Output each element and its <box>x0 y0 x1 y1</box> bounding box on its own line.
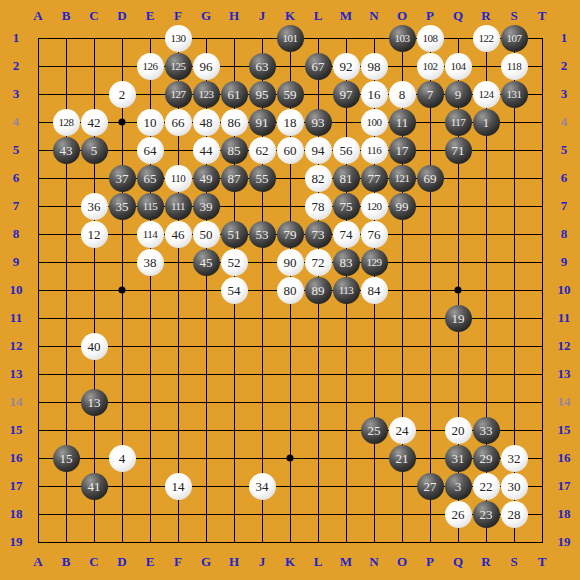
stone-n10[interactable]: 84 <box>361 277 388 304</box>
stone-k8[interactable]: 79 <box>277 221 304 248</box>
stone-move-number: 31 <box>452 452 465 465</box>
stone-c7[interactable]: 36 <box>81 193 108 220</box>
stone-move-number: 126 <box>143 61 158 72</box>
stone-f7[interactable]: 111 <box>165 193 192 220</box>
stone-move-number: 81 <box>340 172 353 185</box>
stone-move-number: 23 <box>480 508 493 521</box>
stone-move-number: 100 <box>367 117 382 128</box>
column-label: L <box>304 554 332 570</box>
stone-move-number: 62 <box>256 144 269 157</box>
stone-move-number: 78 <box>312 200 325 213</box>
stone-move-number: 98 <box>368 60 381 73</box>
stone-k3[interactable]: 59 <box>277 81 304 108</box>
stone-s18[interactable]: 28 <box>501 501 528 528</box>
stone-move-number: 44 <box>200 144 213 157</box>
stone-o4[interactable]: 11 <box>389 109 416 136</box>
stone-e8[interactable]: 114 <box>137 221 164 248</box>
stone-move-number: 114 <box>143 229 158 240</box>
stone-m5[interactable]: 56 <box>333 137 360 164</box>
stone-j6[interactable]: 55 <box>249 165 276 192</box>
stone-move-number: 64 <box>144 144 157 157</box>
stone-m9[interactable]: 83 <box>333 249 360 276</box>
stone-c12[interactable]: 40 <box>81 333 108 360</box>
stone-move-number: 95 <box>256 88 269 101</box>
stone-move-number: 60 <box>284 144 297 157</box>
column-label: D <box>108 554 136 570</box>
column-label: P <box>416 8 444 24</box>
stone-p17[interactable]: 27 <box>417 473 444 500</box>
stone-move-number: 129 <box>367 257 382 268</box>
column-label: E <box>136 554 164 570</box>
stone-q11[interactable]: 19 <box>445 305 472 332</box>
stone-q3[interactable]: 9 <box>445 81 472 108</box>
stone-n9[interactable]: 129 <box>361 249 388 276</box>
stone-move-number: 27 <box>424 480 437 493</box>
stone-o7[interactable]: 99 <box>389 193 416 220</box>
stone-g6[interactable]: 49 <box>193 165 220 192</box>
stone-g7[interactable]: 39 <box>193 193 220 220</box>
stone-e2[interactable]: 126 <box>137 53 164 80</box>
column-labels-bottom: ABCDEFGHJKLMNOPQRST <box>24 554 556 570</box>
stone-move-number: 36 <box>88 200 101 213</box>
stone-move-number: 29 <box>480 452 493 465</box>
column-label: O <box>388 554 416 570</box>
column-label: Q <box>444 554 472 570</box>
stone-move-number: 9 <box>455 88 462 101</box>
column-label: R <box>472 8 500 24</box>
stone-c4[interactable]: 42 <box>81 109 108 136</box>
stone-m6[interactable]: 81 <box>333 165 360 192</box>
stone-l9[interactable]: 72 <box>305 249 332 276</box>
stone-l8[interactable]: 73 <box>305 221 332 248</box>
column-label: P <box>416 554 444 570</box>
stone-move-number: 76 <box>368 228 381 241</box>
stone-l6[interactable]: 82 <box>305 165 332 192</box>
stone-move-number: 26 <box>452 508 465 521</box>
stone-move-number: 37 <box>116 172 129 185</box>
stone-move-number: 124 <box>479 89 494 100</box>
stone-k10[interactable]: 80 <box>277 277 304 304</box>
stone-move-number: 53 <box>256 228 269 241</box>
stone-move-number: 56 <box>340 144 353 157</box>
stone-c8[interactable]: 12 <box>81 221 108 248</box>
stone-move-number: 115 <box>143 201 158 212</box>
stone-n6[interactable]: 77 <box>361 165 388 192</box>
stone-g5[interactable]: 44 <box>193 137 220 164</box>
stone-f8[interactable]: 46 <box>165 221 192 248</box>
stone-move-number: 83 <box>340 256 353 269</box>
stone-r3[interactable]: 124 <box>473 81 500 108</box>
column-label: G <box>192 554 220 570</box>
stone-move-number: 102 <box>423 61 438 72</box>
stone-q17[interactable]: 3 <box>445 473 472 500</box>
column-labels-top: ABCDEFGHJKLMNOPQRST <box>24 8 556 24</box>
column-label: N <box>360 554 388 570</box>
stone-e9[interactable]: 38 <box>137 249 164 276</box>
stone-move-number: 128 <box>59 117 74 128</box>
column-label: A <box>24 8 52 24</box>
stone-o6[interactable]: 121 <box>389 165 416 192</box>
column-label: T <box>528 8 556 24</box>
stone-move-number: 11 <box>396 116 409 129</box>
stone-g3[interactable]: 123 <box>193 81 220 108</box>
stone-move-number: 66 <box>172 116 185 129</box>
stone-move-number: 30 <box>508 480 521 493</box>
stone-j8[interactable]: 53 <box>249 221 276 248</box>
stone-move-number: 71 <box>452 144 465 157</box>
stone-move-number: 94 <box>312 144 325 157</box>
stone-move-number: 17 <box>396 144 409 157</box>
stone-move-number: 79 <box>284 228 297 241</box>
stone-d3[interactable]: 2 <box>109 81 136 108</box>
stone-move-number: 96 <box>200 60 213 73</box>
column-label: B <box>52 8 80 24</box>
column-label: Q <box>444 8 472 24</box>
stone-m3[interactable]: 97 <box>333 81 360 108</box>
stone-s2[interactable]: 118 <box>501 53 528 80</box>
stone-move-number: 89 <box>312 284 325 297</box>
stone-move-number: 46 <box>172 228 185 241</box>
stone-r15[interactable]: 33 <box>473 417 500 444</box>
stone-move-number: 1 <box>483 116 490 129</box>
stone-r16[interactable]: 29 <box>473 445 500 472</box>
column-label: S <box>500 8 528 24</box>
stone-move-number: 92 <box>340 60 353 73</box>
stone-move-number: 42 <box>88 116 101 129</box>
stone-move-number: 15 <box>60 452 73 465</box>
stone-move-number: 127 <box>171 89 186 100</box>
stone-move-number: 77 <box>368 172 381 185</box>
stone-e4[interactable]: 10 <box>137 109 164 136</box>
stone-move-number: 40 <box>88 340 101 353</box>
stone-move-number: 131 <box>507 89 522 100</box>
stone-k1[interactable]: 101 <box>277 25 304 52</box>
stone-h8[interactable]: 51 <box>221 221 248 248</box>
stone-move-number: 18 <box>284 116 297 129</box>
stone-move-number: 43 <box>60 144 73 157</box>
stone-r17[interactable]: 22 <box>473 473 500 500</box>
stone-r4[interactable]: 1 <box>473 109 500 136</box>
column-label: J <box>248 554 276 570</box>
stone-c5[interactable]: 5 <box>81 137 108 164</box>
stone-move-number: 110 <box>171 173 186 184</box>
stone-s3[interactable]: 131 <box>501 81 528 108</box>
stone-e6[interactable]: 65 <box>137 165 164 192</box>
stone-move-number: 59 <box>284 88 297 101</box>
column-label: F <box>164 8 192 24</box>
stone-q16[interactable]: 31 <box>445 445 472 472</box>
column-label: A <box>24 554 52 570</box>
stone-f3[interactable]: 127 <box>165 81 192 108</box>
stone-move-number: 90 <box>284 256 297 269</box>
stone-move-number: 25 <box>368 424 381 437</box>
stone-p6[interactable]: 69 <box>417 165 444 192</box>
stone-n5[interactable]: 116 <box>361 137 388 164</box>
column-label: G <box>192 8 220 24</box>
stone-move-number: 5 <box>91 144 98 157</box>
stone-move-number: 111 <box>171 201 185 212</box>
stone-move-number: 48 <box>200 116 213 129</box>
stone-move-number: 91 <box>256 116 269 129</box>
stone-p2[interactable]: 102 <box>417 53 444 80</box>
column-label: C <box>80 554 108 570</box>
stone-move-number: 49 <box>200 172 213 185</box>
stone-move-number: 85 <box>228 144 241 157</box>
stone-c17[interactable]: 41 <box>81 473 108 500</box>
stone-move-number: 118 <box>507 61 522 72</box>
stone-l7[interactable]: 78 <box>305 193 332 220</box>
stone-d16[interactable]: 4 <box>109 445 136 472</box>
stone-b4[interactable]: 128 <box>53 109 80 136</box>
stone-move-number: 113 <box>339 285 354 296</box>
stone-j17[interactable]: 34 <box>249 473 276 500</box>
stone-move-number: 8 <box>399 88 406 101</box>
stone-move-number: 121 <box>395 173 410 184</box>
stone-r18[interactable]: 23 <box>473 501 500 528</box>
stone-move-number: 116 <box>367 145 382 156</box>
stone-move-number: 13 <box>88 396 101 409</box>
stone-move-number: 122 <box>479 33 494 44</box>
stone-move-number: 21 <box>396 452 409 465</box>
stone-move-number: 67 <box>312 60 325 73</box>
stone-move-number: 28 <box>508 508 521 521</box>
stone-o5[interactable]: 17 <box>389 137 416 164</box>
stone-move-number: 69 <box>424 172 437 185</box>
stone-move-number: 16 <box>368 88 381 101</box>
stone-move-number: 32 <box>508 452 521 465</box>
stone-move-number: 103 <box>395 33 410 44</box>
column-label: D <box>108 8 136 24</box>
stone-move-number: 35 <box>116 200 129 213</box>
stone-move-number: 2 <box>119 88 126 101</box>
column-label: K <box>276 8 304 24</box>
stone-m8[interactable]: 74 <box>333 221 360 248</box>
stone-move-number: 19 <box>452 312 465 325</box>
stone-move-number: 82 <box>312 172 325 185</box>
stone-m10[interactable]: 113 <box>333 277 360 304</box>
go-board-grid[interactable]: 1234578910111213141516171819202122232425… <box>24 24 556 556</box>
stone-q5[interactable]: 71 <box>445 137 472 164</box>
stone-move-number: 41 <box>88 480 101 493</box>
stone-l4[interactable]: 93 <box>305 109 332 136</box>
stone-move-number: 108 <box>423 33 438 44</box>
stone-move-number: 75 <box>340 200 353 213</box>
stone-move-number: 61 <box>228 88 241 101</box>
column-label: T <box>528 554 556 570</box>
stone-move-number: 33 <box>480 424 493 437</box>
stone-move-number: 63 <box>256 60 269 73</box>
stone-f1[interactable]: 130 <box>165 25 192 52</box>
stone-n4[interactable]: 100 <box>361 109 388 136</box>
stone-move-number: 45 <box>200 256 213 269</box>
stone-g8[interactable]: 50 <box>193 221 220 248</box>
stone-n7[interactable]: 120 <box>361 193 388 220</box>
stone-o16[interactable]: 21 <box>389 445 416 472</box>
stone-move-number: 10 <box>144 116 157 129</box>
stone-move-number: 22 <box>480 480 493 493</box>
stone-o3[interactable]: 8 <box>389 81 416 108</box>
stone-n2[interactable]: 98 <box>361 53 388 80</box>
stone-q2[interactable]: 104 <box>445 53 472 80</box>
stone-d6[interactable]: 37 <box>109 165 136 192</box>
stone-move-number: 38 <box>144 256 157 269</box>
stone-o15[interactable]: 24 <box>389 417 416 444</box>
stone-o1[interactable]: 103 <box>389 25 416 52</box>
column-label: J <box>248 8 276 24</box>
stone-l10[interactable]: 89 <box>305 277 332 304</box>
stone-move-number: 3 <box>455 480 462 493</box>
column-label: K <box>276 554 304 570</box>
stone-b5[interactable]: 43 <box>53 137 80 164</box>
stone-h5[interactable]: 85 <box>221 137 248 164</box>
stone-g9[interactable]: 45 <box>193 249 220 276</box>
stone-k4[interactable]: 18 <box>277 109 304 136</box>
stone-b16[interactable]: 15 <box>53 445 80 472</box>
stone-e7[interactable]: 115 <box>137 193 164 220</box>
stone-move-number: 20 <box>452 424 465 437</box>
stone-move-number: 104 <box>451 61 466 72</box>
stone-move-number: 12 <box>88 228 101 241</box>
stone-n3[interactable]: 16 <box>361 81 388 108</box>
stone-move-number: 120 <box>367 201 382 212</box>
stone-move-number: 34 <box>256 480 269 493</box>
stone-move-number: 24 <box>396 424 409 437</box>
stone-h6[interactable]: 87 <box>221 165 248 192</box>
stone-move-number: 93 <box>312 116 325 129</box>
stone-s17[interactable]: 30 <box>501 473 528 500</box>
stone-h9[interactable]: 52 <box>221 249 248 276</box>
stone-move-number: 74 <box>340 228 353 241</box>
stone-j3[interactable]: 95 <box>249 81 276 108</box>
stone-d7[interactable]: 35 <box>109 193 136 220</box>
stone-c14[interactable]: 13 <box>81 389 108 416</box>
column-label: M <box>332 8 360 24</box>
stone-move-number: 117 <box>451 117 466 128</box>
stone-q15[interactable]: 20 <box>445 417 472 444</box>
stone-move-number: 54 <box>228 284 241 297</box>
stone-g4[interactable]: 48 <box>193 109 220 136</box>
stone-move-number: 52 <box>228 256 241 269</box>
stone-move-number: 123 <box>199 89 214 100</box>
go-board-viewer: ABCDEFGHJKLMNOPQRST ABCDEFGHJKLMNOPQRST … <box>0 0 580 580</box>
stone-move-number: 4 <box>119 452 126 465</box>
stone-move-number: 101 <box>283 33 298 44</box>
stone-move-number: 107 <box>507 33 522 44</box>
column-label: C <box>80 8 108 24</box>
stone-s1[interactable]: 107 <box>501 25 528 52</box>
stone-g2[interactable]: 96 <box>193 53 220 80</box>
stone-move-number: 125 <box>171 61 186 72</box>
stone-h10[interactable]: 54 <box>221 277 248 304</box>
stone-j2[interactable]: 63 <box>249 53 276 80</box>
stone-k9[interactable]: 90 <box>277 249 304 276</box>
column-label: B <box>52 554 80 570</box>
stone-move-number: 39 <box>200 200 213 213</box>
stone-r1[interactable]: 122 <box>473 25 500 52</box>
stone-move-number: 65 <box>144 172 157 185</box>
stone-n15[interactable]: 25 <box>361 417 388 444</box>
stone-l5[interactable]: 94 <box>305 137 332 164</box>
stone-k5[interactable]: 60 <box>277 137 304 164</box>
stone-move-number: 7 <box>427 88 434 101</box>
stone-h4[interactable]: 86 <box>221 109 248 136</box>
stone-move-number: 73 <box>312 228 325 241</box>
column-label: H <box>220 554 248 570</box>
column-label: S <box>500 554 528 570</box>
stone-move-number: 84 <box>368 284 381 297</box>
stone-move-number: 87 <box>228 172 241 185</box>
stone-m2[interactable]: 92 <box>333 53 360 80</box>
column-label: H <box>220 8 248 24</box>
stone-p3[interactable]: 7 <box>417 81 444 108</box>
stone-j4[interactable]: 91 <box>249 109 276 136</box>
stone-j5[interactable]: 62 <box>249 137 276 164</box>
stone-move-number: 130 <box>171 33 186 44</box>
stone-f2[interactable]: 125 <box>165 53 192 80</box>
stone-f4[interactable]: 66 <box>165 109 192 136</box>
stone-move-number: 86 <box>228 116 241 129</box>
stone-e5[interactable]: 64 <box>137 137 164 164</box>
stone-l2[interactable]: 67 <box>305 53 332 80</box>
stone-move-number: 99 <box>396 200 409 213</box>
column-label: O <box>388 8 416 24</box>
stone-f17[interactable]: 14 <box>165 473 192 500</box>
stone-move-number: 51 <box>228 228 241 241</box>
column-label: E <box>136 8 164 24</box>
stone-move-number: 55 <box>256 172 269 185</box>
stone-f6[interactable]: 110 <box>165 165 192 192</box>
column-label: N <box>360 8 388 24</box>
stone-h3[interactable]: 61 <box>221 81 248 108</box>
stone-move-number: 50 <box>200 228 213 241</box>
stone-q18[interactable]: 26 <box>445 501 472 528</box>
column-label: R <box>472 554 500 570</box>
stone-move-number: 80 <box>284 284 297 297</box>
stone-move-number: 97 <box>340 88 353 101</box>
stone-s16[interactable]: 32 <box>501 445 528 472</box>
stone-n8[interactable]: 76 <box>361 221 388 248</box>
column-label: L <box>304 8 332 24</box>
stone-q4[interactable]: 117 <box>445 109 472 136</box>
column-label: F <box>164 554 192 570</box>
column-label: M <box>332 554 360 570</box>
stone-move-number: 72 <box>312 256 325 269</box>
stone-p1[interactable]: 108 <box>417 25 444 52</box>
stone-move-number: 14 <box>172 480 185 493</box>
stone-m7[interactable]: 75 <box>333 193 360 220</box>
